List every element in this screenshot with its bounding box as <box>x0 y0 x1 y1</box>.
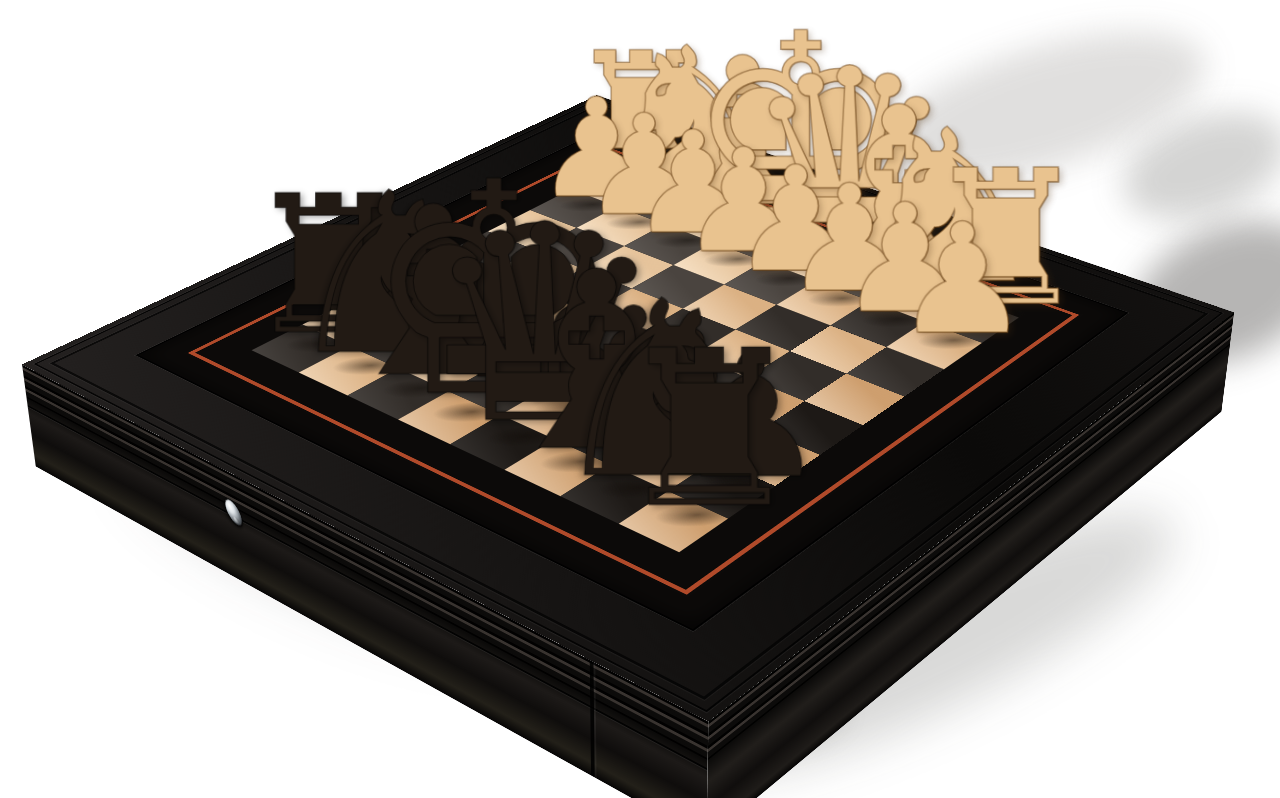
product-photo-scene: ♜ ♟ ♟ ♜ ♞ ♟ ♟ ♞ <box>0 0 1280 798</box>
white-pawn-a2[interactable]: ♟ <box>894 203 1031 356</box>
drawer-knob[interactable] <box>223 496 245 528</box>
black-rook-a8[interactable]: ♜ <box>613 323 806 538</box>
